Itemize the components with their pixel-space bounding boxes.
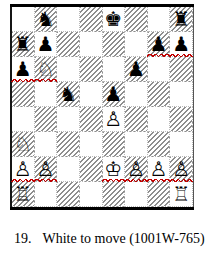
red-squiggle-mark	[147, 179, 171, 182]
piece-wP-e4: ♙	[103, 107, 125, 132]
piece-bR-h8: ♜	[170, 7, 192, 32]
square-b4	[35, 107, 58, 132]
square-b7: ♟	[35, 32, 58, 57]
square-f3	[125, 132, 148, 157]
square-d8	[80, 7, 103, 32]
square-d7	[80, 32, 103, 57]
square-h7: ♟	[170, 32, 193, 57]
square-a6: ♟	[12, 57, 35, 82]
square-a4	[12, 107, 35, 132]
square-e4: ♙	[103, 107, 126, 132]
square-a5	[12, 82, 35, 107]
square-f4	[125, 107, 148, 132]
red-squiggle-mark	[34, 179, 58, 182]
diagram-caption: 19. White to move (1001W-765)	[14, 231, 214, 247]
square-a2: ♙	[12, 157, 35, 182]
square-f2: ♙	[125, 157, 148, 182]
square-g2: ♙	[148, 157, 171, 182]
red-squiggle-mark	[169, 179, 193, 182]
square-f1	[125, 182, 148, 207]
piece-wR-h1: ♖	[170, 182, 192, 207]
square-h1: ♖	[170, 182, 193, 207]
square-b2: ♙	[35, 157, 58, 182]
square-g1	[148, 182, 171, 207]
square-a8	[12, 7, 35, 32]
piece-wN-a3: ♘	[12, 132, 34, 157]
square-a3: ♘	[12, 132, 35, 157]
square-g3	[148, 132, 171, 157]
square-h8: ♜	[170, 7, 193, 32]
square-e3	[103, 132, 126, 157]
red-squiggle-mark	[102, 179, 126, 182]
square-h3	[170, 132, 193, 157]
square-e8: ♚	[103, 7, 126, 32]
square-c6	[57, 57, 80, 82]
piece-bR-a7: ♜	[12, 32, 34, 57]
square-c4	[57, 107, 80, 132]
square-g4	[148, 107, 171, 132]
piece-bP-f6: ♟	[125, 57, 147, 82]
piece-bN-b8: ♞	[35, 7, 57, 32]
square-g7: ♟	[148, 32, 171, 57]
square-d3	[80, 132, 103, 157]
red-squiggle-mark	[11, 179, 35, 182]
square-f8	[125, 7, 148, 32]
square-h4	[170, 107, 193, 132]
chess-board-frame: ♞♚♜♜♟♟♟♟♘♟♞♟♙♘♙♙♔♙♙♙♖♖	[10, 4, 194, 210]
piece-wR-a1: ♖	[12, 182, 34, 207]
chess-board: ♞♚♜♜♟♟♟♟♘♟♞♟♙♘♙♙♔♙♙♙♖♖	[10, 7, 194, 207]
square-b1	[35, 182, 58, 207]
square-g6	[148, 57, 171, 82]
square-e1	[103, 182, 126, 207]
square-d4	[80, 107, 103, 132]
square-e2: ♔	[103, 157, 126, 182]
square-c8	[57, 7, 80, 32]
square-e7	[103, 32, 126, 57]
square-c3	[57, 132, 80, 157]
square-c1	[57, 182, 80, 207]
piece-bN-c5: ♞	[57, 82, 79, 107]
square-d1	[80, 182, 103, 207]
piece-bK-e8: ♚	[103, 7, 125, 32]
square-a7: ♜	[12, 32, 35, 57]
square-b3	[35, 132, 58, 157]
red-squiggle-mark	[169, 54, 193, 57]
square-b8: ♞	[35, 7, 58, 32]
red-squiggle-mark	[124, 179, 148, 182]
square-e5: ♟	[103, 82, 126, 107]
square-b6: ♘	[35, 57, 58, 82]
square-a1: ♖	[12, 182, 35, 207]
square-c2	[57, 157, 80, 182]
diagram-number: 19.	[14, 231, 32, 247]
piece-bP-b7: ♟	[35, 32, 57, 57]
square-g5	[148, 82, 171, 107]
piece-bP-e5: ♟	[103, 82, 125, 107]
square-h2: ♙	[170, 157, 193, 182]
square-g8	[148, 7, 171, 32]
square-b5	[35, 82, 58, 107]
red-squiggle-mark	[11, 79, 35, 82]
square-f5	[125, 82, 148, 107]
square-c7	[57, 32, 80, 57]
square-f6: ♟	[125, 57, 148, 82]
square-d5	[80, 82, 103, 107]
square-h5	[170, 82, 193, 107]
red-squiggle-mark	[147, 54, 171, 57]
diagram-caption-text: White to move (1001W-765)	[43, 231, 205, 247]
square-e6	[103, 57, 126, 82]
red-squiggle-mark	[34, 79, 58, 82]
square-d2	[80, 157, 103, 182]
square-h6	[170, 57, 193, 82]
square-d6	[80, 57, 103, 82]
square-c5: ♞	[57, 82, 80, 107]
square-f7	[125, 32, 148, 57]
